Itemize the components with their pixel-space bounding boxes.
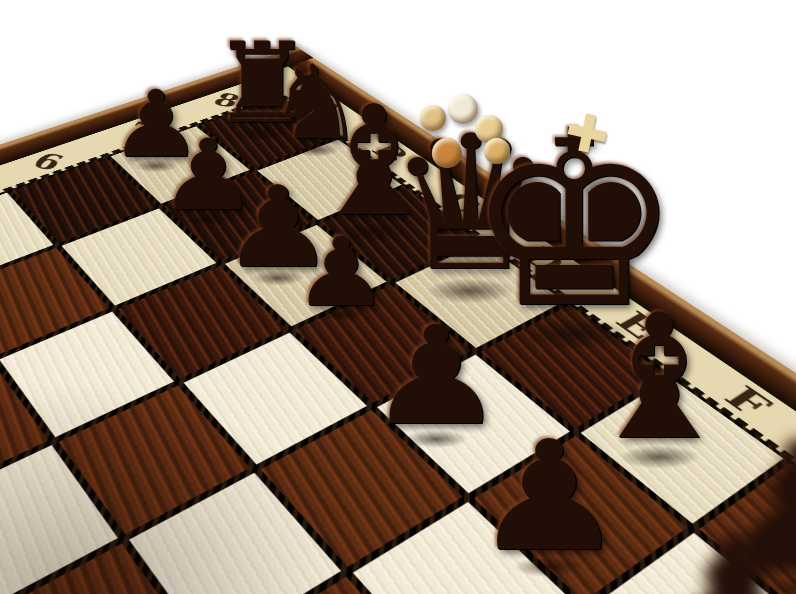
chess-photo-scene: ABCDEFGH87654321 ♟♜♞♝♛♚✚♟♟♟♟♝♟♟♟ bbox=[0, 0, 796, 594]
queen-crown-ball bbox=[420, 105, 446, 131]
piece-pawn-e7[interactable]: ♟ bbox=[471, 425, 626, 569]
queen-crown-ball bbox=[432, 138, 462, 168]
piece-pawn-f5[interactable]: ♟ bbox=[657, 520, 796, 594]
